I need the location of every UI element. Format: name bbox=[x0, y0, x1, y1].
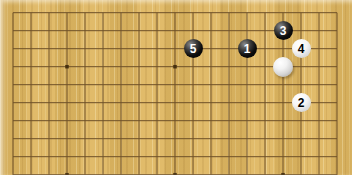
stone-black-move-1-O17: 1 bbox=[238, 39, 257, 58]
stone-white-setup-Q16 bbox=[273, 57, 293, 77]
go-board[interactable]: 12345 bbox=[0, 0, 352, 175]
move-number: 1 bbox=[244, 43, 251, 55]
star-point bbox=[173, 65, 177, 69]
move-number: 2 bbox=[298, 97, 305, 109]
board-grid bbox=[0, 0, 352, 175]
move-number: 5 bbox=[190, 43, 197, 55]
stone-black-move-3-Q18: 3 bbox=[274, 21, 293, 40]
star-point bbox=[65, 65, 69, 69]
star-point bbox=[281, 173, 285, 175]
move-number: 3 bbox=[280, 25, 287, 37]
star-point bbox=[65, 173, 69, 175]
stone-black-move-5-L17: 5 bbox=[184, 39, 203, 58]
stone-white-move-4-R17: 4 bbox=[292, 39, 311, 58]
stone-white-move-2-R14: 2 bbox=[292, 93, 311, 112]
move-number: 4 bbox=[298, 43, 305, 55]
star-point bbox=[173, 173, 177, 175]
